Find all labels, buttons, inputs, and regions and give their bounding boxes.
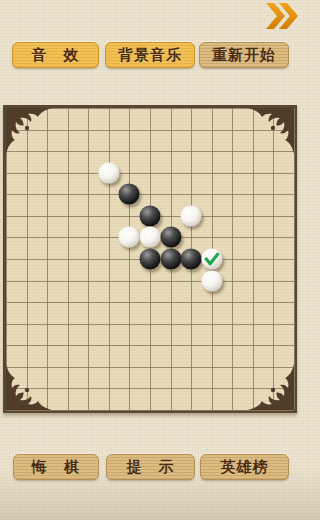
- stone-black: [140, 249, 161, 270]
- background-music-button[interactable]: 背景音乐: [105, 42, 195, 68]
- gomoku-board[interactable]: [3, 105, 297, 413]
- grid-line-h: [6, 302, 294, 303]
- corner-ornament-icon: [6, 364, 52, 410]
- stone-white: [140, 227, 161, 248]
- grid-line-h: [6, 324, 294, 325]
- grid-line-v: [232, 108, 233, 410]
- leaderboard-button[interactable]: 英雄榜: [200, 454, 289, 480]
- stone-black: [160, 249, 181, 270]
- stone-black: [140, 205, 161, 226]
- stone-white: [201, 270, 222, 291]
- double-chevron-right-icon[interactable]: [264, 2, 298, 30]
- hint-button[interactable]: 提 示: [106, 454, 195, 480]
- stone-white: [98, 162, 119, 183]
- confirm-check-icon[interactable]: [201, 249, 222, 270]
- stone-black: [119, 184, 140, 205]
- grid-line-v: [294, 108, 295, 410]
- stone-white: [119, 227, 140, 248]
- corner-ornament-icon: [248, 108, 294, 154]
- undo-move-button[interactable]: 悔 棋: [13, 454, 99, 480]
- corner-ornament-icon: [248, 364, 294, 410]
- stone-black: [181, 249, 202, 270]
- stone-white: [181, 205, 202, 226]
- grid-line-h: [6, 281, 294, 282]
- corner-ornament-icon: [6, 108, 52, 154]
- sound-toggle-button[interactable]: 音 效: [12, 42, 99, 68]
- grid-line-h: [6, 410, 294, 411]
- stone-black: [160, 227, 181, 248]
- restart-button[interactable]: 重新开始: [199, 42, 289, 68]
- grid-line-h: [6, 345, 294, 346]
